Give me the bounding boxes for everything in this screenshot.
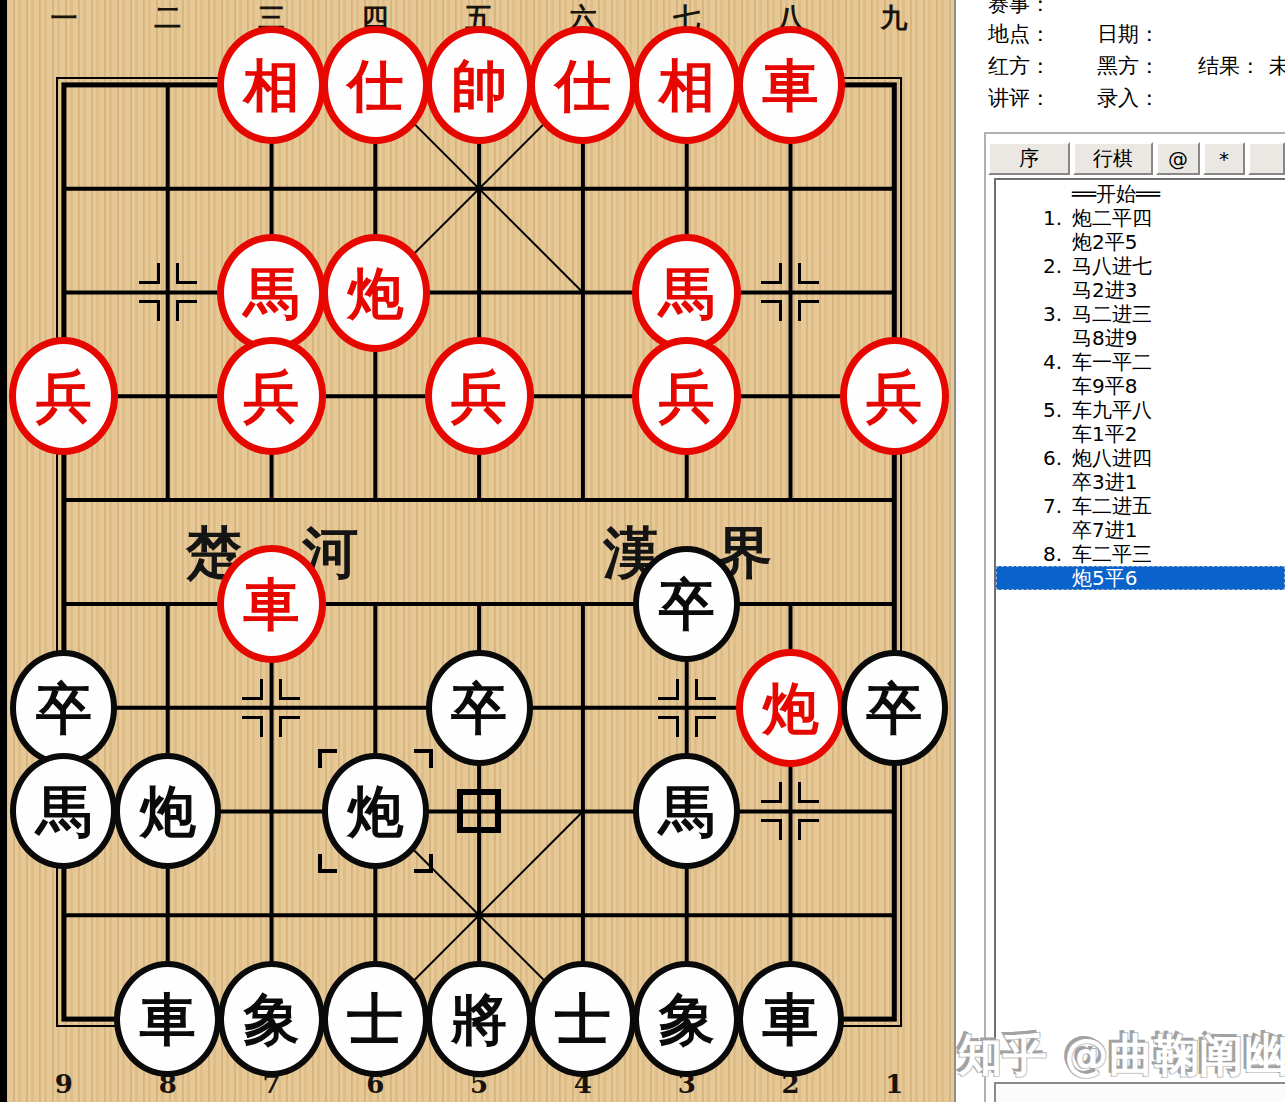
move-text: 炮5平6 [1072, 566, 1137, 590]
piece-glyph: 卒 [659, 576, 715, 632]
piece-red-仕[interactable]: 仕 [528, 26, 637, 144]
move-text: 卒7进1 [1072, 518, 1137, 542]
move-row[interactable]: ══开始══ [996, 182, 1285, 206]
move-row[interactable]: 马2进3 [996, 278, 1285, 302]
piece-glyph: 兵 [659, 368, 715, 424]
piece-red-兵[interactable]: 兵 [9, 337, 118, 455]
move-list[interactable]: ══开始══1.炮二平四炮2平52.马八进七马2进33.马二进三马8进94.车一… [994, 178, 1285, 1072]
piece-glyph: 車 [244, 576, 300, 632]
move-text: 车九平八 [1072, 398, 1152, 422]
piece-black-車[interactable]: 車 [114, 961, 221, 1077]
move-row[interactable]: 1.炮二平四 [996, 206, 1285, 230]
point-marker [658, 679, 716, 737]
piece-glyph: 士 [347, 991, 403, 1047]
move-row[interactable]: 4.车一平二 [996, 350, 1285, 374]
piece-red-馬[interactable]: 馬 [632, 234, 741, 352]
move-number [996, 422, 1072, 446]
board-grid: 相仕帥仕相車馬炮馬兵兵兵兵兵車炮卒卒卒卒馬炮炮馬車象士將士象車 [12, 33, 946, 1071]
last-move-dest-bracket [318, 749, 337, 768]
move-text: 车1平2 [1072, 422, 1137, 446]
piece-glyph: 相 [659, 57, 715, 113]
piece-glyph: 炮 [140, 783, 196, 839]
move-number [996, 518, 1072, 542]
piece-black-卒[interactable]: 卒 [426, 650, 533, 766]
red-player-label: 红方： [988, 54, 1051, 78]
piece-black-士[interactable]: 士 [322, 961, 429, 1077]
event-label: 赛事： [988, 0, 1051, 16]
piece-glyph: 仕 [347, 57, 403, 113]
move-number [996, 566, 1072, 590]
move-number: 6. [996, 446, 1072, 470]
move-row[interactable]: 车1平2 [996, 422, 1285, 446]
piece-black-車[interactable]: 車 [737, 961, 844, 1077]
piece-red-兵[interactable]: 兵 [217, 337, 326, 455]
piece-glyph: 炮 [347, 265, 403, 321]
game-record-panel: 赛事： 地点： 日期： 红方： 黑方： 结果： 未 讲评： 录入： 序行棋@* … [956, 0, 1285, 1102]
watermark: 知乎 @曲鞠阐幽 [958, 1026, 1285, 1085]
piece-glyph: 仕 [555, 57, 611, 113]
move-number [996, 326, 1072, 350]
piece-black-馬[interactable]: 馬 [633, 753, 740, 869]
piece-glyph: 兵 [866, 368, 922, 424]
move-text: 炮2平5 [1072, 230, 1137, 254]
move-table-header: 序行棋@* [988, 142, 1285, 175]
piece-glyph: 將 [451, 991, 507, 1047]
piece-glyph: 兵 [451, 368, 507, 424]
move-text: 马8进9 [1072, 326, 1137, 350]
piece-red-車[interactable]: 車 [736, 26, 845, 144]
piece-black-象[interactable]: 象 [633, 961, 740, 1077]
piece-red-兵[interactable]: 兵 [840, 337, 949, 455]
piece-glyph: 馬 [244, 265, 300, 321]
move-number [996, 230, 1072, 254]
piece-black-卒[interactable]: 卒 [633, 546, 740, 662]
piece-glyph: 馬 [659, 783, 715, 839]
piece-glyph: 兵 [36, 368, 92, 424]
piece-glyph: 卒 [866, 680, 922, 736]
move-number: 3. [996, 302, 1072, 326]
piece-glyph: 象 [244, 991, 300, 1047]
move-number [996, 278, 1072, 302]
piece-glyph: 相 [244, 57, 300, 113]
piece-black-卒[interactable]: 卒 [841, 650, 948, 766]
move-table-header-moves[interactable]: 行棋 [1073, 142, 1153, 175]
table-frame-left [984, 132, 986, 1102]
piece-glyph: 車 [762, 991, 818, 1047]
move-text: 车一平二 [1072, 350, 1152, 374]
move-number: 2. [996, 254, 1072, 278]
move-row-selected[interactable]: 炮5平6 [996, 566, 1285, 590]
point-marker [139, 263, 197, 321]
move-row[interactable]: 8.车二平三 [996, 542, 1285, 566]
xiangqi-app-window: 一二三四五六七八九 楚河漢界 相仕帥仕相車馬炮馬兵兵兵兵兵車炮卒卒卒卒馬炮炮馬車… [0, 0, 1285, 1102]
move-text: 马二进三 [1072, 302, 1152, 326]
piece-red-相[interactable]: 相 [217, 26, 326, 144]
move-table-header-index[interactable]: 序 [988, 142, 1070, 175]
move-text: 马2进3 [1072, 278, 1137, 302]
result-value: 未 [1269, 54, 1285, 78]
piece-black-將[interactable]: 將 [426, 961, 533, 1077]
move-number: 4. [996, 350, 1072, 374]
piece-red-兵[interactable]: 兵 [425, 337, 534, 455]
piece-glyph: 炮 [347, 783, 403, 839]
move-row[interactable]: 5.车九平八 [996, 398, 1285, 422]
move-row[interactable]: 炮2平5 [996, 230, 1285, 254]
table-frame-top [984, 132, 1285, 134]
piece-glyph: 車 [140, 991, 196, 1047]
piece-black-象[interactable]: 象 [218, 961, 325, 1077]
last-move-origin-marker [457, 789, 501, 833]
move-row[interactable]: 卒3进1 [996, 470, 1285, 494]
piece-red-兵[interactable]: 兵 [632, 337, 741, 455]
xiangqi-board: 一二三四五六七八九 楚河漢界 相仕帥仕相車馬炮馬兵兵兵兵兵車炮卒卒卒卒馬炮炮馬車… [0, 0, 956, 1102]
move-row[interactable]: 3.马二进三 [996, 302, 1285, 326]
move-number [996, 182, 1072, 206]
piece-black-卒[interactable]: 卒 [10, 650, 117, 766]
move-number: 1. [996, 206, 1072, 230]
place-label: 地点： [988, 22, 1051, 46]
recorder-label: 录入： [1097, 86, 1160, 110]
move-text: 车二平三 [1072, 542, 1152, 566]
move-row[interactable]: 马8进9 [996, 326, 1285, 350]
last-move-dest-bracket [414, 854, 433, 873]
piece-glyph: 士 [555, 991, 611, 1047]
move-number: 5. [996, 398, 1072, 422]
move-row[interactable]: 车9平8 [996, 374, 1285, 398]
move-text: 炮八进四 [1072, 446, 1152, 470]
move-text: ══开始══ [1072, 182, 1160, 206]
piece-red-炮[interactable]: 炮 [321, 234, 430, 352]
piece-red-馬[interactable]: 馬 [217, 234, 326, 352]
move-number [996, 374, 1072, 398]
last-move-dest-bracket [318, 854, 337, 873]
piece-red-相[interactable]: 相 [632, 26, 741, 144]
piece-glyph: 車 [762, 57, 818, 113]
piece-glyph: 炮 [762, 680, 818, 736]
comment-label: 讲评： [988, 86, 1051, 110]
move-row[interactable]: 卒7进1 [996, 518, 1285, 542]
move-text: 马八进七 [1072, 254, 1152, 278]
point-marker [242, 679, 300, 737]
black-player-label: 黑方： [1097, 54, 1160, 78]
move-text: 车9平8 [1072, 374, 1137, 398]
piece-glyph: 帥 [451, 57, 507, 113]
piece-black-馬[interactable]: 馬 [10, 753, 117, 869]
piece-black-士[interactable]: 士 [529, 961, 636, 1077]
move-number [996, 470, 1072, 494]
result-label: 结果： [1198, 54, 1261, 78]
piece-glyph: 馬 [659, 265, 715, 321]
piece-red-車[interactable]: 車 [217, 545, 326, 663]
move-table-header-blank [1248, 142, 1285, 175]
move-table-header-star[interactable]: * [1203, 142, 1245, 175]
lower-panel [994, 1082, 1285, 1102]
point-marker [761, 782, 819, 840]
piece-red-帥[interactable]: 帥 [425, 26, 534, 144]
move-table-header-at[interactable]: @ [1156, 142, 1200, 175]
move-row[interactable]: 7.车二进五 [996, 494, 1285, 518]
piece-glyph: 兵 [244, 368, 300, 424]
move-text: 车二进五 [1072, 494, 1152, 518]
move-text: 卒3进1 [1072, 470, 1137, 494]
move-row[interactable]: 6.炮八进四 [996, 446, 1285, 470]
move-row[interactable]: 2.马八进七 [996, 254, 1285, 278]
move-number: 8. [996, 542, 1072, 566]
piece-glyph: 馬 [36, 783, 92, 839]
date-label: 日期： [1097, 22, 1160, 46]
piece-glyph: 卒 [36, 680, 92, 736]
piece-red-炮[interactable]: 炮 [736, 649, 845, 767]
point-marker [761, 263, 819, 321]
piece-black-炮[interactable]: 炮 [114, 753, 221, 869]
move-number: 7. [996, 494, 1072, 518]
piece-red-仕[interactable]: 仕 [321, 26, 430, 144]
last-move-dest-bracket [414, 749, 433, 768]
piece-glyph: 象 [659, 991, 715, 1047]
piece-glyph: 卒 [451, 680, 507, 736]
move-text: 炮二平四 [1072, 206, 1152, 230]
piece-black-炮[interactable]: 炮 [322, 753, 429, 869]
